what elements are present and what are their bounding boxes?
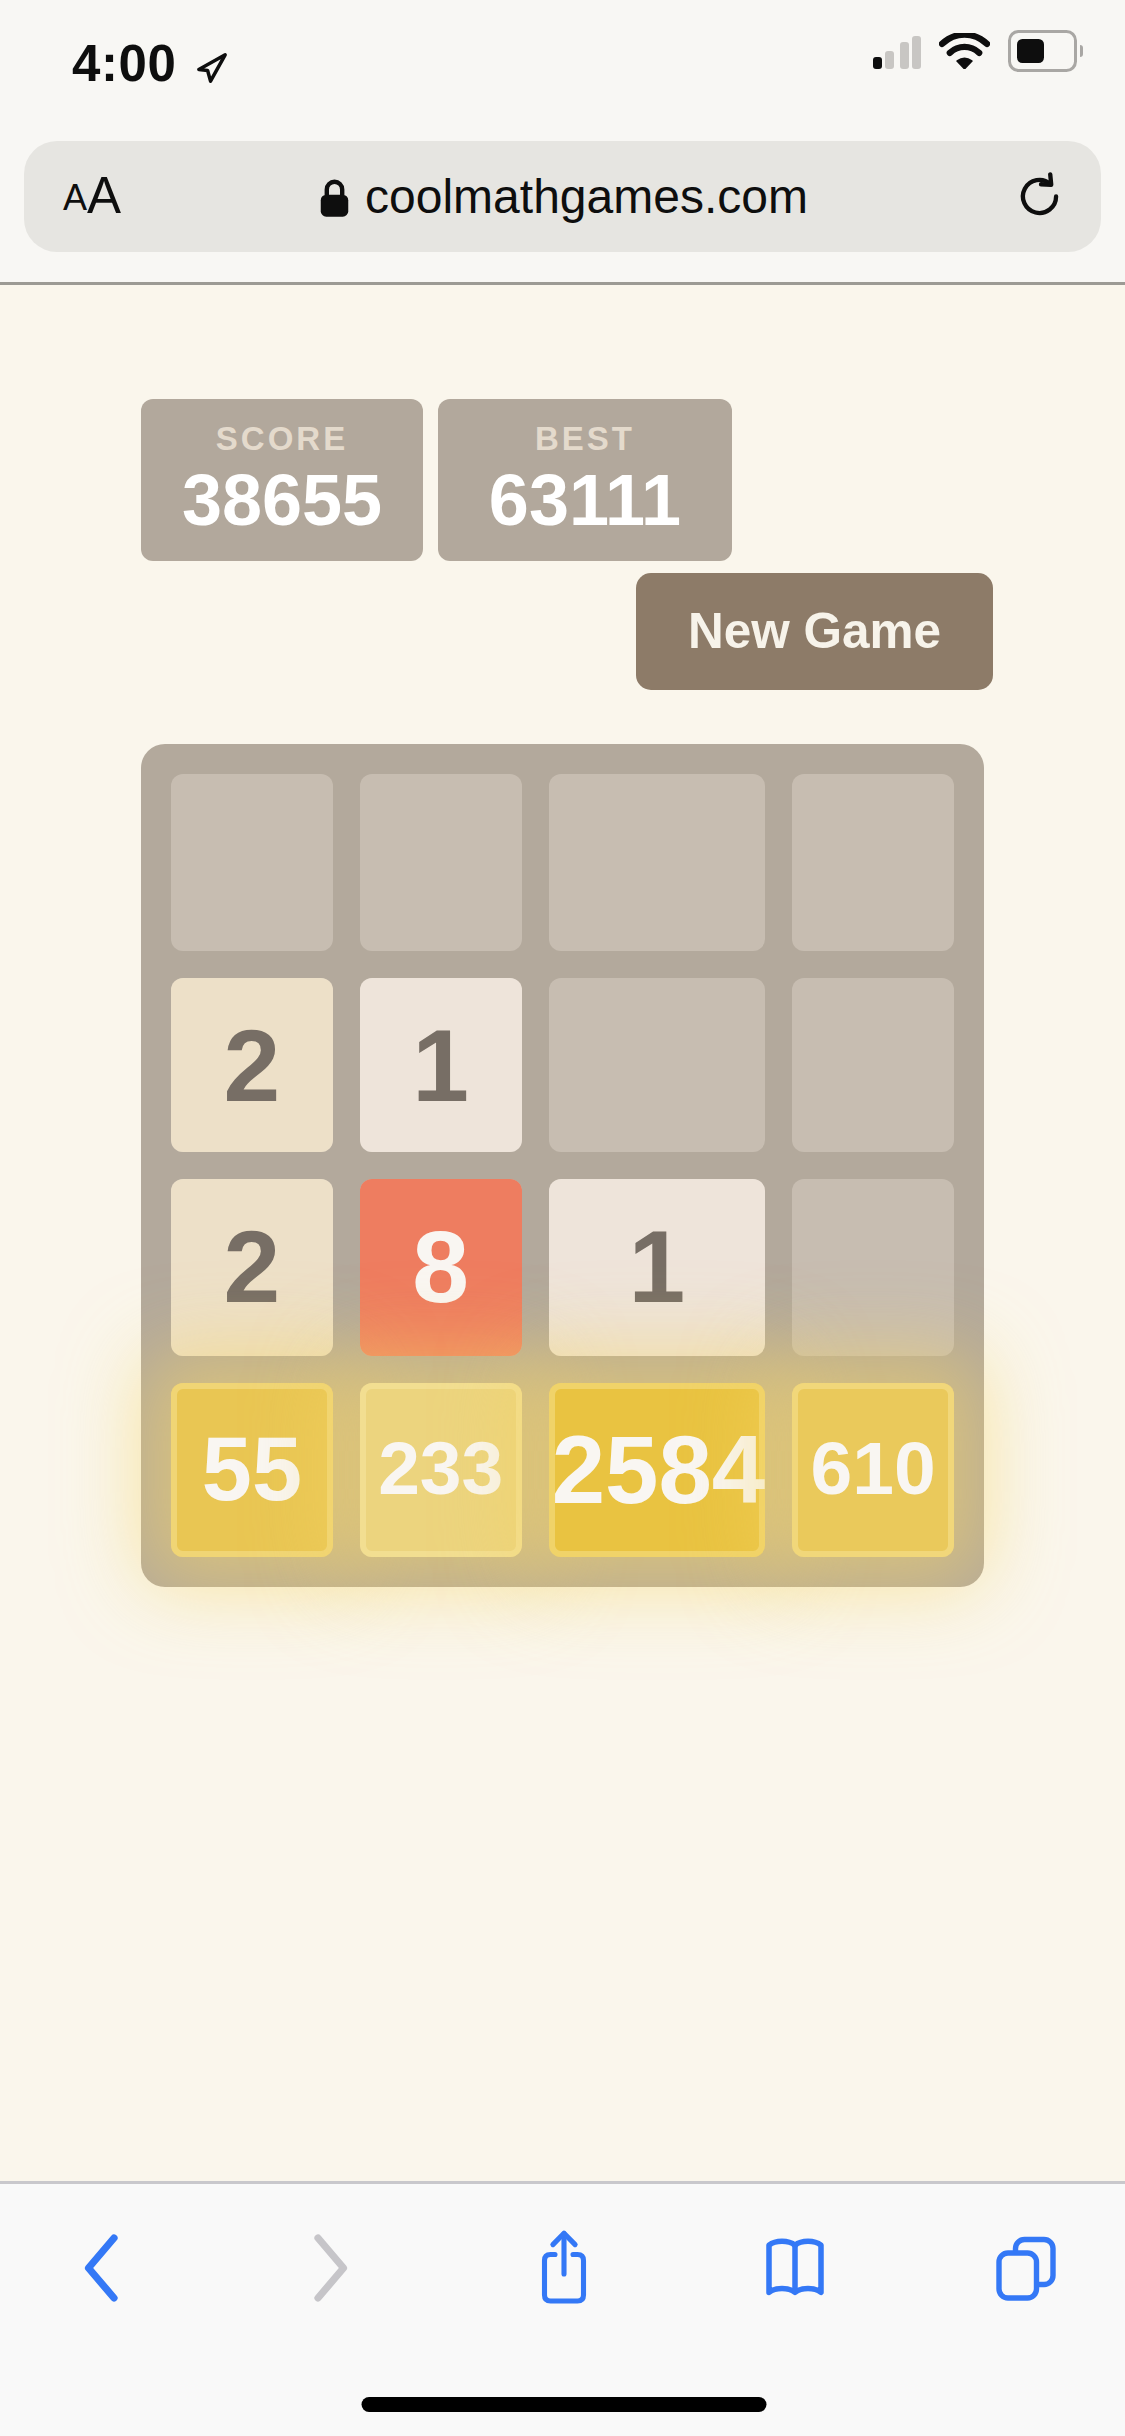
cell-r1c0: 2 [171, 977, 333, 1153]
tile-1: 1 [549, 1179, 766, 1355]
signal-bar-4 [912, 35, 921, 68]
tile-1: 1 [360, 977, 522, 1153]
score-box: SCORE 38655 [141, 399, 423, 561]
cell-r2c1: 8 [360, 1179, 522, 1355]
cell-r2c2: 1 [549, 1179, 766, 1355]
status-time: 4:00 [72, 36, 176, 96]
cellular-signal-icon [872, 35, 922, 68]
cell-r3c1: 233 [360, 1382, 522, 1558]
home-indicator[interactable] [360, 2397, 765, 2412]
cell-r2c0: 2 [171, 1179, 333, 1355]
signal-bar-1 [872, 56, 881, 68]
tile-55: 55 [171, 1382, 333, 1558]
url-display[interactable]: coolmathgames.com [317, 170, 808, 224]
iphone-screen: 4:00 [0, 0, 1125, 2436]
signal-bar-3 [899, 42, 908, 68]
best-box: BEST 63111 [438, 399, 732, 561]
game-page: SCORE 38655 BEST 63111 New Game 21281552… [0, 285, 1125, 2184]
address-bar[interactable]: AA coolmathgames.com [24, 141, 1101, 252]
best-value: 63111 [489, 458, 681, 542]
tabs-icon [986, 2229, 1064, 2307]
tile-2: 2 [171, 1179, 333, 1355]
signal-bar-2 [885, 50, 894, 68]
safari-toolbar [0, 2181, 1125, 2436]
cell-r0c2 [549, 774, 766, 950]
wifi-icon [939, 33, 990, 69]
cell-r1c2 [549, 977, 766, 1153]
cell-r3c2: 2584 [549, 1382, 766, 1558]
tabs-button[interactable] [984, 2226, 1065, 2310]
lock-icon [317, 176, 350, 218]
score-label: SCORE [216, 419, 348, 455]
tile-233: 233 [360, 1382, 522, 1558]
cell-r1c3 [792, 977, 954, 1153]
battery-icon [1008, 33, 1083, 69]
cell-r3c3: 610 [792, 1382, 954, 1558]
reload-icon [1014, 171, 1065, 222]
cell-r0c1 [360, 774, 522, 950]
forward-button[interactable] [291, 2226, 372, 2310]
status-bar: 4:00 [0, 0, 1125, 96]
new-game-button[interactable]: New Game [636, 573, 993, 690]
back-button[interactable] [60, 2226, 141, 2310]
tile-2584: 2584 [549, 1382, 766, 1558]
tile-8: 8 [360, 1179, 522, 1355]
share-icon [527, 2226, 599, 2310]
url-text: coolmathgames.com [365, 170, 808, 224]
safari-top-chrome: 4:00 [0, 0, 1125, 285]
reload-button[interactable] [1014, 141, 1065, 252]
bookmarks-button[interactable] [753, 2226, 834, 2310]
tile-610: 610 [792, 1382, 954, 1558]
bookmarks-book-icon [755, 2229, 833, 2307]
back-chevron-icon [81, 2232, 120, 2304]
tile-2: 2 [171, 977, 333, 1153]
time-cluster: 4:00 [72, 36, 230, 96]
status-icons [872, 27, 1084, 75]
score-value: 38655 [182, 458, 382, 542]
location-arrow-icon [191, 47, 230, 86]
cell-r1c1: 1 [360, 977, 522, 1153]
best-label: BEST [535, 419, 635, 455]
cell-r0c3 [792, 774, 954, 950]
board-grid[interactable]: 21281552332584610 [141, 744, 984, 1587]
share-button[interactable] [522, 2226, 603, 2310]
cell-r0c0 [171, 774, 333, 950]
cell-r3c0: 55 [171, 1382, 333, 1558]
reader-mode-button[interactable]: AA [63, 141, 121, 252]
forward-chevron-icon [312, 2232, 351, 2304]
cell-r2c3 [792, 1179, 954, 1355]
